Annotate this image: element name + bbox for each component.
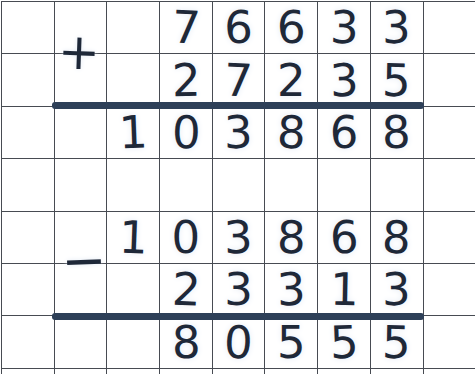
empty-cell-r6-c2	[107, 316, 160, 368]
empty-cell-r5-c2	[107, 264, 160, 316]
handwritten-digit: 8	[381, 109, 411, 155]
handwritten-digit: 2	[277, 58, 306, 103]
empty-cell-r3-c3	[160, 159, 213, 211]
handwritten-digit: 8	[381, 214, 411, 260]
empty-cell-r0-c8	[424, 2, 475, 54]
handwritten-digit: 3	[224, 110, 253, 156]
handwritten-digit: 3	[329, 57, 359, 103]
digit-cell-r4-c7: 8	[371, 212, 424, 264]
handwritten-digit: 1	[118, 214, 148, 260]
empty-cell-r1-c0	[2, 54, 55, 106]
digit-cell-r0-c4: 6	[213, 2, 266, 54]
digit-cell-r6-c6: 5	[318, 316, 371, 368]
digit-cell-r6-c5: 5	[265, 316, 318, 368]
digit-cell-r0-c5: 6	[265, 2, 318, 54]
digit-cell-r6-c7: 5	[371, 316, 424, 368]
empty-cell-r2-c8	[424, 107, 475, 159]
empty-cell-r1-c8	[424, 54, 475, 106]
empty-cell-r3-c2	[107, 159, 160, 211]
handwritten-digit: 3	[276, 267, 306, 313]
empty-cell-r7-c8	[424, 369, 475, 374]
addition-sum-rule-line	[52, 102, 424, 109]
digit-cell-r1-c5: 2	[265, 54, 318, 106]
empty-cell-r5-c0	[2, 264, 55, 316]
handwritten-digit: 7	[171, 5, 201, 51]
empty-cell-r6-c0	[2, 316, 55, 368]
digit-cell-r0-c6: 3	[318, 2, 371, 54]
handwritten-digit: 1	[329, 267, 358, 313]
handwritten-digit: 8	[276, 109, 306, 155]
empty-cell-r7-c3	[160, 369, 213, 374]
empty-cell-r3-c7	[371, 159, 424, 211]
digit-cell-r5-c3: 2	[160, 264, 213, 316]
digit-cell-r2-c5: 8	[265, 107, 318, 159]
empty-cell-r7-c6	[318, 369, 371, 374]
handwritten-digit: 5	[329, 319, 359, 365]
empty-cell-r7-c0	[2, 369, 55, 374]
empty-cell-r7-c2	[107, 369, 160, 374]
handwritten-digit: 0	[171, 110, 200, 156]
handwritten-digit: 5	[277, 320, 306, 365]
digit-cell-r1-c3: 2	[160, 54, 213, 106]
empty-cell-r6-c1	[55, 316, 108, 368]
handwritten-digit: 7	[223, 57, 253, 103]
digit-cell-r2-c7: 8	[371, 107, 424, 159]
handwritten-digit: 8	[171, 319, 200, 365]
digit-cell-r2-c6: 6	[318, 107, 371, 159]
digit-cell-r0-c3: 7	[160, 2, 213, 54]
handwritten-digit: 6	[276, 5, 306, 51]
empty-cell-r4-c0	[2, 212, 55, 264]
empty-cell-r4-c8	[424, 212, 475, 264]
arithmetic-worksheet: 76633272351038681038682331380555 + −	[0, 0, 475, 374]
empty-cell-r3-c5	[265, 159, 318, 211]
digit-cell-r5-c4: 3	[213, 264, 266, 316]
handwritten-digit: 6	[330, 110, 359, 155]
empty-cell-r7-c5	[265, 369, 318, 374]
empty-cell-r6-c8	[424, 316, 475, 368]
digit-cell-r4-c4: 3	[213, 212, 266, 264]
handwritten-digit: 3	[224, 267, 253, 312]
empty-cell-r3-c1	[55, 159, 108, 211]
handwritten-digit: 2	[171, 267, 201, 313]
handwritten-digit: 3	[223, 214, 253, 260]
empty-cell-r0-c2	[107, 2, 160, 54]
empty-cell-r3-c4	[213, 159, 266, 211]
digit-cell-r6-c3: 8	[160, 316, 213, 368]
plus-operator: +	[57, 26, 101, 77]
empty-cell-r7-c1	[55, 369, 108, 374]
handwritten-digit: 1	[118, 109, 148, 155]
subtraction-sum-rule-line	[52, 313, 424, 320]
handwritten-digit: 3	[382, 5, 411, 51]
digit-cell-r0-c7: 3	[371, 2, 424, 54]
digit-cell-r4-c6: 6	[318, 212, 371, 264]
digit-cell-r2-c3: 0	[160, 107, 213, 159]
empty-cell-r7-c4	[213, 369, 266, 374]
digit-cell-r5-c6: 1	[318, 264, 371, 316]
digit-cell-r4-c5: 8	[265, 212, 318, 264]
empty-cell-r3-c8	[424, 159, 475, 211]
digit-cell-r5-c7: 3	[371, 264, 424, 316]
empty-cell-r3-c0	[2, 159, 55, 211]
handwritten-digit: 3	[329, 5, 358, 51]
digit-cell-r1-c6: 3	[318, 54, 371, 106]
empty-cell-r7-c7	[371, 369, 424, 374]
handwritten-digit: 6	[329, 214, 358, 260]
digit-cell-r4-c3: 0	[160, 212, 213, 264]
handwritten-digit: 8	[277, 214, 306, 260]
digit-cell-r1-c7: 5	[371, 54, 424, 106]
handwritten-digit: 5	[382, 57, 411, 103]
empty-cell-r0-c0	[2, 2, 55, 54]
digit-cell-r1-c4: 7	[213, 54, 266, 106]
digit-cell-r2-c4: 3	[213, 107, 266, 159]
digit-cell-r4-c2: 1	[107, 212, 160, 264]
digit-cell-r2-c2: 1	[107, 107, 160, 159]
handwritten-digit: 3	[382, 267, 411, 313]
empty-cell-r1-c2	[107, 54, 160, 106]
empty-cell-r2-c1	[55, 107, 108, 159]
empty-cell-r3-c6	[318, 159, 371, 211]
handwritten-digit: 6	[224, 5, 253, 50]
handwritten-digit: 5	[382, 319, 411, 365]
digit-cell-r6-c4: 0	[213, 316, 266, 368]
minus-operator: −	[60, 233, 107, 289]
empty-cell-r2-c0	[2, 107, 55, 159]
handwritten-digit: 2	[171, 57, 200, 103]
digit-cell-r5-c5: 3	[265, 264, 318, 316]
handwritten-digit: 0	[172, 215, 201, 260]
handwritten-digit: 0	[223, 319, 253, 365]
empty-cell-r5-c8	[424, 264, 475, 316]
